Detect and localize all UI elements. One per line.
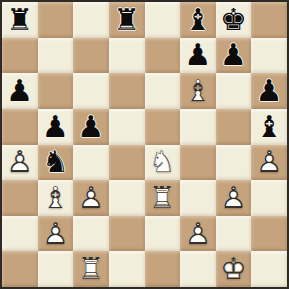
square-c2[interactable]	[73, 216, 109, 252]
black-pawn-piece[interactable]: ♟	[251, 73, 287, 109]
square-e2[interactable]	[145, 216, 181, 252]
square-h8[interactable]	[251, 2, 287, 38]
square-e8[interactable]	[145, 2, 181, 38]
black-pawn-piece[interactable]: ♟	[73, 109, 109, 145]
square-h6[interactable]: ♟	[251, 73, 287, 109]
square-c1[interactable]: ♜♖	[73, 251, 109, 287]
pawn-glyph-outline: ♙	[220, 183, 247, 213]
square-e4[interactable]: ♞♘	[145, 145, 181, 181]
pawn-glyph-outline: ♙	[6, 147, 33, 177]
square-f3[interactable]	[180, 180, 216, 216]
square-a1[interactable]	[2, 251, 38, 287]
square-f5[interactable]	[180, 109, 216, 145]
square-f4[interactable]	[180, 145, 216, 181]
square-g2[interactable]	[216, 216, 252, 252]
square-c4[interactable]	[73, 145, 109, 181]
square-f6[interactable]: ♝♗	[180, 73, 216, 109]
square-g3[interactable]: ♟♙	[216, 180, 252, 216]
black-bishop-piece[interactable]: ♝	[251, 109, 287, 145]
square-a7[interactable]	[2, 38, 38, 74]
square-b4[interactable]: ♞	[38, 145, 74, 181]
square-f7[interactable]: ♟	[180, 38, 216, 74]
square-b1[interactable]	[38, 251, 74, 287]
pawn-glyph-outline: ♙	[184, 219, 211, 249]
pawn-glyph-outline: ♙	[256, 147, 283, 177]
square-c7[interactable]	[73, 38, 109, 74]
square-d3[interactable]	[109, 180, 145, 216]
white-pawn-piece[interactable]: ♟♙	[73, 180, 109, 216]
square-g1[interactable]: ♚♔	[216, 251, 252, 287]
bishop-glyph-outline: ♗	[42, 183, 69, 213]
square-e3[interactable]: ♜♖	[145, 180, 181, 216]
square-c6[interactable]	[73, 73, 109, 109]
rook-glyph-outline: ♖	[78, 254, 105, 284]
square-a8[interactable]: ♜	[2, 2, 38, 38]
square-e5[interactable]	[145, 109, 181, 145]
chess-board: ♜♜♝♚♟♟♟♝♗♟♟♟♝♟♙♞♞♘♟♙♝♗♟♙♜♖♟♙♟♙♟♙♜♖♚♔	[0, 0, 289, 289]
square-d8[interactable]: ♜	[109, 2, 145, 38]
black-pawn-piece[interactable]: ♟	[180, 38, 216, 74]
square-g7[interactable]: ♟	[216, 38, 252, 74]
white-bishop-piece[interactable]: ♝♗	[38, 180, 74, 216]
king-glyph-outline: ♔	[220, 254, 247, 284]
square-e7[interactable]	[145, 38, 181, 74]
square-a2[interactable]	[2, 216, 38, 252]
white-rook-piece[interactable]: ♜♖	[73, 251, 109, 287]
square-d7[interactable]	[109, 38, 145, 74]
square-h1[interactable]	[251, 251, 287, 287]
black-rook-piece[interactable]: ♜	[2, 2, 38, 38]
square-c8[interactable]	[73, 2, 109, 38]
square-f8[interactable]: ♝	[180, 2, 216, 38]
square-h5[interactable]: ♝	[251, 109, 287, 145]
square-e6[interactable]	[145, 73, 181, 109]
knight-glyph-outline: ♘	[149, 147, 176, 177]
square-d5[interactable]	[109, 109, 145, 145]
square-h3[interactable]	[251, 180, 287, 216]
black-king-piece[interactable]: ♚	[216, 2, 252, 38]
square-h2[interactable]	[251, 216, 287, 252]
square-a4[interactable]: ♟♙	[2, 145, 38, 181]
white-pawn-piece[interactable]: ♟♙	[180, 216, 216, 252]
square-f2[interactable]: ♟♙	[180, 216, 216, 252]
black-rook-piece[interactable]: ♜	[109, 2, 145, 38]
square-b6[interactable]	[38, 73, 74, 109]
black-pawn-piece[interactable]: ♟	[2, 73, 38, 109]
pawn-glyph-outline: ♙	[78, 183, 105, 213]
square-g5[interactable]	[216, 109, 252, 145]
white-rook-piece[interactable]: ♜♖	[145, 180, 181, 216]
square-b7[interactable]	[38, 38, 74, 74]
pawn-glyph-outline: ♙	[42, 219, 69, 249]
square-g6[interactable]	[216, 73, 252, 109]
square-d6[interactable]	[109, 73, 145, 109]
square-b8[interactable]	[38, 2, 74, 38]
square-d1[interactable]	[109, 251, 145, 287]
square-a6[interactable]: ♟	[2, 73, 38, 109]
square-b5[interactable]: ♟	[38, 109, 74, 145]
square-c3[interactable]: ♟♙	[73, 180, 109, 216]
black-knight-piece[interactable]: ♞	[38, 145, 74, 181]
square-g4[interactable]	[216, 145, 252, 181]
square-a5[interactable]	[2, 109, 38, 145]
square-c5[interactable]: ♟	[73, 109, 109, 145]
white-knight-piece[interactable]: ♞♘	[145, 145, 181, 181]
black-bishop-piece[interactable]: ♝	[180, 2, 216, 38]
black-pawn-piece[interactable]: ♟	[38, 109, 74, 145]
square-f1[interactable]	[180, 251, 216, 287]
square-d2[interactable]	[109, 216, 145, 252]
square-g8[interactable]: ♚	[216, 2, 252, 38]
square-a3[interactable]	[2, 180, 38, 216]
white-bishop-piece[interactable]: ♝♗	[180, 73, 216, 109]
square-h7[interactable]	[251, 38, 287, 74]
black-pawn-piece[interactable]: ♟	[216, 38, 252, 74]
square-e1[interactable]	[145, 251, 181, 287]
square-b3[interactable]: ♝♗	[38, 180, 74, 216]
square-h4[interactable]: ♟♙	[251, 145, 287, 181]
white-king-piece[interactable]: ♚♔	[216, 251, 252, 287]
white-pawn-piece[interactable]: ♟♙	[38, 216, 74, 252]
square-b2[interactable]: ♟♙	[38, 216, 74, 252]
bishop-glyph-outline: ♗	[184, 76, 211, 106]
white-pawn-piece[interactable]: ♟♙	[2, 145, 38, 181]
white-pawn-piece[interactable]: ♟♙	[216, 180, 252, 216]
rook-glyph-outline: ♖	[149, 183, 176, 213]
square-d4[interactable]	[109, 145, 145, 181]
white-pawn-piece[interactable]: ♟♙	[251, 145, 287, 181]
